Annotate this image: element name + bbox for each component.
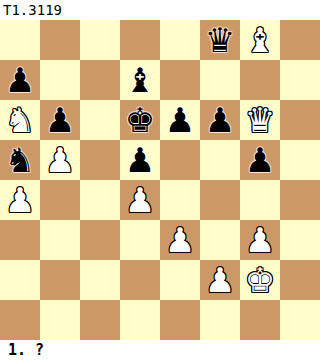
square-e2[interactable] <box>160 260 200 300</box>
square-c4[interactable] <box>80 180 120 220</box>
square-h1[interactable] <box>280 300 320 340</box>
square-f2[interactable]: ♟ <box>200 260 240 300</box>
square-g3[interactable]: ♟ <box>240 220 280 260</box>
square-a5[interactable]: ♞ <box>0 140 40 180</box>
square-f6[interactable]: ♟ <box>200 100 240 140</box>
square-e8[interactable] <box>160 20 200 60</box>
black-queen-f8[interactable]: ♛ <box>200 20 240 60</box>
square-e7[interactable] <box>160 60 200 100</box>
black-pawn-d5[interactable]: ♟ <box>120 140 160 180</box>
square-a3[interactable] <box>0 220 40 260</box>
square-b5[interactable]: ♟ <box>40 140 80 180</box>
square-g2[interactable]: ♚ <box>240 260 280 300</box>
white-king-g2[interactable]: ♚ <box>240 260 280 300</box>
white-pawn-e3[interactable]: ♟ <box>160 220 200 260</box>
square-e4[interactable] <box>160 180 200 220</box>
square-a4[interactable]: ♟ <box>0 180 40 220</box>
black-knight-a5[interactable]: ♞ <box>0 140 40 180</box>
square-h5[interactable] <box>280 140 320 180</box>
square-d6[interactable]: ♚ <box>120 100 160 140</box>
black-pawn-g5[interactable]: ♟ <box>240 140 280 180</box>
square-c8[interactable] <box>80 20 120 60</box>
white-pawn-b5[interactable]: ♟ <box>40 140 80 180</box>
white-pawn-f2[interactable]: ♟ <box>200 260 240 300</box>
square-g5[interactable]: ♟ <box>240 140 280 180</box>
square-b3[interactable] <box>40 220 80 260</box>
square-h7[interactable] <box>280 60 320 100</box>
square-b6[interactable]: ♟ <box>40 100 80 140</box>
square-a7[interactable]: ♟ <box>0 60 40 100</box>
square-b4[interactable] <box>40 180 80 220</box>
square-a8[interactable] <box>0 20 40 60</box>
square-b2[interactable] <box>40 260 80 300</box>
square-h6[interactable] <box>280 100 320 140</box>
square-d7[interactable]: ♝ <box>120 60 160 100</box>
square-c5[interactable] <box>80 140 120 180</box>
square-h8[interactable] <box>280 20 320 60</box>
black-king-d6[interactable]: ♚ <box>120 100 160 140</box>
square-e5[interactable] <box>160 140 200 180</box>
white-pawn-d4[interactable]: ♟ <box>120 180 160 220</box>
square-b1[interactable] <box>40 300 80 340</box>
white-pawn-a4[interactable]: ♟ <box>0 180 40 220</box>
square-c1[interactable] <box>80 300 120 340</box>
black-pawn-a7[interactable]: ♟ <box>0 60 40 100</box>
black-pawn-e6[interactable]: ♟ <box>160 100 200 140</box>
square-f1[interactable] <box>200 300 240 340</box>
move-prompt: 1. ? <box>0 340 320 360</box>
square-c3[interactable] <box>80 220 120 260</box>
square-a6[interactable]: ♞ <box>0 100 40 140</box>
puzzle-title: T1.3119 <box>0 0 320 20</box>
square-b8[interactable] <box>40 20 80 60</box>
chess-board: ♛♝♟♝♞♟♚♟♟♛♞♟♟♟♟♟♟♟♟♚ <box>0 20 320 340</box>
square-e3[interactable]: ♟ <box>160 220 200 260</box>
square-d1[interactable] <box>120 300 160 340</box>
square-f3[interactable] <box>200 220 240 260</box>
square-a1[interactable] <box>0 300 40 340</box>
square-e6[interactable]: ♟ <box>160 100 200 140</box>
square-f5[interactable] <box>200 140 240 180</box>
square-c7[interactable] <box>80 60 120 100</box>
square-a2[interactable] <box>0 260 40 300</box>
square-d4[interactable]: ♟ <box>120 180 160 220</box>
square-d8[interactable] <box>120 20 160 60</box>
white-bishop-g8[interactable]: ♝ <box>240 20 280 60</box>
square-d5[interactable]: ♟ <box>120 140 160 180</box>
square-d3[interactable] <box>120 220 160 260</box>
black-pawn-f6[interactable]: ♟ <box>200 100 240 140</box>
square-f8[interactable]: ♛ <box>200 20 240 60</box>
square-b7[interactable] <box>40 60 80 100</box>
square-c6[interactable] <box>80 100 120 140</box>
puzzle-page: T1.3119 ♛♝♟♝♞♟♚♟♟♛♞♟♟♟♟♟♟♟♟♚ 1. ? <box>0 0 320 360</box>
square-g4[interactable] <box>240 180 280 220</box>
square-g7[interactable] <box>240 60 280 100</box>
square-g1[interactable] <box>240 300 280 340</box>
square-g6[interactable]: ♛ <box>240 100 280 140</box>
square-e1[interactable] <box>160 300 200 340</box>
white-queen-g6[interactable]: ♛ <box>240 100 280 140</box>
white-knight-a6[interactable]: ♞ <box>0 100 40 140</box>
square-h3[interactable] <box>280 220 320 260</box>
square-d2[interactable] <box>120 260 160 300</box>
black-bishop-d7[interactable]: ♝ <box>120 60 160 100</box>
square-h4[interactable] <box>280 180 320 220</box>
square-h2[interactable] <box>280 260 320 300</box>
square-g8[interactable]: ♝ <box>240 20 280 60</box>
square-f4[interactable] <box>200 180 240 220</box>
square-f7[interactable] <box>200 60 240 100</box>
black-pawn-b6[interactable]: ♟ <box>40 100 80 140</box>
white-pawn-g3[interactable]: ♟ <box>240 220 280 260</box>
square-c2[interactable] <box>80 260 120 300</box>
